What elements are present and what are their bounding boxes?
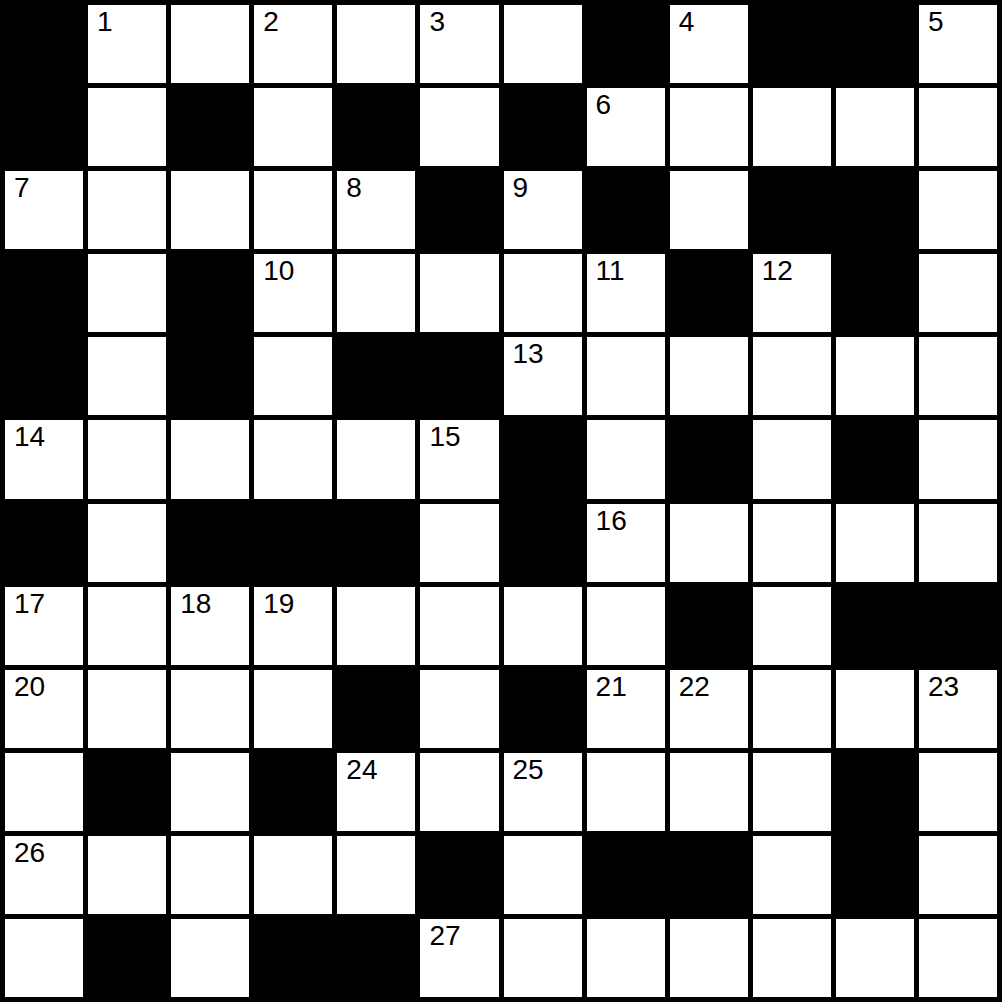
clue-number: 17: [14, 588, 45, 620]
cell-r7c8[interactable]: 16: [587, 504, 665, 582]
block-cell: [5, 88, 83, 166]
cell-r1c9[interactable]: 4: [670, 5, 748, 83]
block-cell: [587, 171, 665, 249]
cell-r6c4[interactable]: [254, 420, 332, 498]
block-cell: [504, 670, 582, 748]
clue-number: 5: [928, 6, 944, 38]
clue-number: 21: [596, 671, 627, 703]
cell-r11c5[interactable]: [337, 836, 415, 914]
cell-r2c4[interactable]: [254, 88, 332, 166]
cell-r8c1[interactable]: 17: [5, 587, 83, 665]
block-cell: [171, 254, 249, 332]
block-cell: [337, 337, 415, 415]
block-cell: [836, 753, 914, 831]
clue-number: 13: [513, 338, 544, 370]
cell-r7c9[interactable]: [670, 504, 748, 582]
clue-number: 3: [429, 6, 445, 38]
cell-r4c2[interactable]: [88, 254, 166, 332]
cell-r12c9[interactable]: [670, 919, 748, 997]
block-cell: [5, 254, 83, 332]
cell-r1c7[interactable]: [504, 5, 582, 83]
cell-r10c8[interactable]: [587, 753, 665, 831]
cell-r6c1[interactable]: 14: [5, 420, 83, 498]
block-cell: [171, 88, 249, 166]
cell-r11c12[interactable]: [919, 836, 997, 914]
block-cell: [836, 5, 914, 83]
cell-r8c8[interactable]: [587, 587, 665, 665]
cell-r9c1[interactable]: 20: [5, 670, 83, 748]
clue-number: 4: [679, 6, 695, 38]
cell-r3c3[interactable]: [171, 171, 249, 249]
clue-number: 26: [14, 837, 45, 869]
clue-number: 23: [928, 671, 959, 703]
cell-r9c3[interactable]: [171, 670, 249, 748]
block-cell: [836, 171, 914, 249]
cell-r10c1[interactable]: [5, 753, 83, 831]
cell-r5c12[interactable]: [919, 337, 997, 415]
clue-number: 7: [14, 172, 30, 204]
cell-r5c4[interactable]: [254, 337, 332, 415]
cell-r11c4[interactable]: [254, 836, 332, 914]
block-cell: [337, 504, 415, 582]
cell-r2c10[interactable]: [753, 88, 831, 166]
cell-r12c12[interactable]: [919, 919, 997, 997]
cell-r3c9[interactable]: [670, 171, 748, 249]
clue-number: 14: [14, 421, 45, 453]
cell-r3c4[interactable]: [254, 171, 332, 249]
cell-r12c10[interactable]: [753, 919, 831, 997]
cell-r6c2[interactable]: [88, 420, 166, 498]
block-cell: [504, 88, 582, 166]
block-cell: [504, 504, 582, 582]
cell-r9c12[interactable]: 23: [919, 670, 997, 748]
cell-r6c5[interactable]: [337, 420, 415, 498]
block-cell: [670, 836, 748, 914]
clue-number: 18: [180, 588, 211, 620]
cell-r9c9[interactable]: 22: [670, 670, 748, 748]
cell-r9c2[interactable]: [88, 670, 166, 748]
cell-r1c4[interactable]: 2: [254, 5, 332, 83]
cell-r11c3[interactable]: [171, 836, 249, 914]
cell-r2c11[interactable]: [836, 88, 914, 166]
cell-r3c7[interactable]: 9: [504, 171, 582, 249]
cell-r9c10[interactable]: [753, 670, 831, 748]
cell-r6c6[interactable]: 15: [420, 420, 498, 498]
block-cell: [836, 420, 914, 498]
block-cell: [88, 753, 166, 831]
cell-r1c5[interactable]: [337, 5, 415, 83]
cell-r11c2[interactable]: [88, 836, 166, 914]
block-cell: [504, 420, 582, 498]
cell-r10c10[interactable]: [753, 753, 831, 831]
clue-number: 10: [263, 255, 294, 287]
block-cell: [753, 5, 831, 83]
cell-r5c8[interactable]: [587, 337, 665, 415]
clue-number: 20: [14, 671, 45, 703]
block-cell: [420, 836, 498, 914]
cell-r8c4[interactable]: 19: [254, 587, 332, 665]
block-cell: [919, 587, 997, 665]
block-cell: [337, 670, 415, 748]
cell-r9c8[interactable]: 21: [587, 670, 665, 748]
cell-r12c8[interactable]: [587, 919, 665, 997]
cell-r7c11[interactable]: [836, 504, 914, 582]
clue-number: 24: [346, 754, 377, 786]
block-cell: [670, 587, 748, 665]
cell-r7c12[interactable]: [919, 504, 997, 582]
cell-r4c6[interactable]: [420, 254, 498, 332]
cell-r3c5[interactable]: 8: [337, 171, 415, 249]
cell-r10c3[interactable]: [171, 753, 249, 831]
cell-r2c8[interactable]: 6: [587, 88, 665, 166]
clue-number: 15: [429, 421, 460, 453]
block-cell: [836, 254, 914, 332]
clue-number: 25: [513, 754, 544, 786]
cell-r8c10[interactable]: [753, 587, 831, 665]
cell-r2c9[interactable]: [670, 88, 748, 166]
cell-r3c2[interactable]: [88, 171, 166, 249]
cell-r2c2[interactable]: [88, 88, 166, 166]
cell-r5c2[interactable]: [88, 337, 166, 415]
cell-r1c6[interactable]: 3: [420, 5, 498, 83]
cell-r2c12[interactable]: [919, 88, 997, 166]
cell-r4c8[interactable]: 11: [587, 254, 665, 332]
block-cell: [587, 5, 665, 83]
block-cell: [171, 337, 249, 415]
clue-number: 16: [596, 505, 627, 537]
cell-r9c11[interactable]: [836, 670, 914, 748]
block-cell: [88, 919, 166, 997]
cell-r11c10[interactable]: [753, 836, 831, 914]
cell-r1c12[interactable]: 5: [919, 5, 997, 83]
block-cell: [587, 836, 665, 914]
cell-r10c7[interactable]: 25: [504, 753, 582, 831]
block-cell: [337, 88, 415, 166]
block-cell: [836, 836, 914, 914]
cell-r12c3[interactable]: [171, 919, 249, 997]
cell-r5c9[interactable]: [670, 337, 748, 415]
cell-r11c7[interactable]: [504, 836, 582, 914]
cell-r5c10[interactable]: [753, 337, 831, 415]
cell-r9c6[interactable]: [420, 670, 498, 748]
clue-number: 22: [679, 671, 710, 703]
cell-r12c1[interactable]: [5, 919, 83, 997]
block-cell: [337, 919, 415, 997]
cell-r12c6[interactable]: 27: [420, 919, 498, 997]
cell-r10c9[interactable]: [670, 753, 748, 831]
block-cell: [753, 171, 831, 249]
cell-r6c3[interactable]: [171, 420, 249, 498]
cell-r8c3[interactable]: 18: [171, 587, 249, 665]
cell-r8c7[interactable]: [504, 587, 582, 665]
cell-r6c12[interactable]: [919, 420, 997, 498]
clue-number: 12: [762, 255, 793, 287]
block-cell: [5, 504, 83, 582]
block-cell: [836, 587, 914, 665]
cell-r7c6[interactable]: [420, 504, 498, 582]
cell-r8c6[interactable]: [420, 587, 498, 665]
block-cell: [670, 420, 748, 498]
cell-r10c5[interactable]: 24: [337, 753, 415, 831]
clue-number: 8: [346, 172, 362, 204]
cell-r3c12[interactable]: [919, 171, 997, 249]
block-cell: [254, 504, 332, 582]
crossword-board: 1234567891011121314151617181920212223242…: [0, 0, 1002, 1002]
clue-number: 11: [596, 255, 625, 287]
block-cell: [670, 254, 748, 332]
clue-number: 19: [263, 588, 294, 620]
clue-number: 2: [263, 6, 279, 38]
cell-r9c4[interactable]: [254, 670, 332, 748]
cell-r8c5[interactable]: [337, 587, 415, 665]
cell-r10c6[interactable]: [420, 753, 498, 831]
cell-r1c3[interactable]: [171, 5, 249, 83]
cell-r11c1[interactable]: 26: [5, 836, 83, 914]
cell-r7c2[interactable]: [88, 504, 166, 582]
block-cell: [5, 337, 83, 415]
block-cell: [171, 504, 249, 582]
cell-r4c5[interactable]: [337, 254, 415, 332]
cell-r1c2[interactable]: 1: [88, 5, 166, 83]
cell-r8c2[interactable]: [88, 587, 166, 665]
block-cell: [5, 5, 83, 83]
cell-r12c7[interactable]: [504, 919, 582, 997]
cell-r2c6[interactable]: [420, 88, 498, 166]
block-cell: [254, 753, 332, 831]
block-cell: [254, 919, 332, 997]
cell-r5c11[interactable]: [836, 337, 914, 415]
cell-r6c10[interactable]: [753, 420, 831, 498]
clue-number: 9: [513, 172, 529, 204]
clue-number: 6: [596, 89, 612, 121]
cell-r4c10[interactable]: 12: [753, 254, 831, 332]
clue-number: 1: [97, 6, 113, 38]
cell-r4c4[interactable]: 10: [254, 254, 332, 332]
cell-r10c12[interactable]: [919, 753, 997, 831]
cell-r6c8[interactable]: [587, 420, 665, 498]
cell-r5c7[interactable]: 13: [504, 337, 582, 415]
cell-r4c12[interactable]: [919, 254, 997, 332]
cell-r12c11[interactable]: [836, 919, 914, 997]
block-cell: [420, 337, 498, 415]
cell-r3c1[interactable]: 7: [5, 171, 83, 249]
cell-r7c10[interactable]: [753, 504, 831, 582]
clue-number: 27: [429, 920, 460, 952]
block-cell: [420, 171, 498, 249]
cell-r4c7[interactable]: [504, 254, 582, 332]
